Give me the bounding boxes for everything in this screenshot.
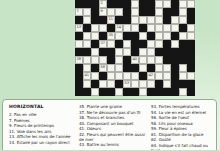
white-cell[interactable] — [147, 40, 155, 48]
black-cell — [171, 72, 179, 80]
black-cell — [107, 56, 115, 64]
black-cell — [91, 0, 99, 8]
black-cell — [171, 88, 179, 96]
clue-line: 54. La vie en est un éternel — [151, 110, 215, 115]
crossword-grid: 2791113143537384058414253 — [75, 0, 195, 96]
black-cell — [107, 0, 115, 8]
white-cell[interactable] — [155, 72, 163, 80]
black-cell — [147, 88, 155, 96]
white-cell[interactable] — [91, 48, 99, 56]
white-cell[interactable]: 41 — [83, 72, 91, 80]
white-cell[interactable] — [123, 48, 131, 56]
black-cell — [187, 56, 195, 64]
black-cell — [99, 72, 107, 80]
white-cell[interactable] — [83, 80, 91, 88]
white-cell[interactable]: 14 — [115, 24, 123, 32]
crossword-page: 2791113143537384058414253 HORIZONTAL2. P… — [0, 0, 220, 150]
clue-number: 9 — [101, 9, 103, 13]
black-cell — [171, 48, 179, 56]
white-cell[interactable] — [139, 32, 147, 40]
black-cell — [179, 24, 187, 32]
black-cell — [187, 8, 195, 16]
clue-line: 9. Fleurs de printemps — [9, 123, 75, 128]
black-cell — [131, 32, 139, 40]
white-cell[interactable] — [155, 24, 163, 32]
black-cell — [171, 56, 179, 64]
black-cell — [155, 48, 163, 56]
black-cell — [91, 8, 99, 16]
clue-number: 58 — [101, 65, 105, 69]
white-cell[interactable] — [131, 8, 139, 16]
clue-line: 64. Indique s'il fait chaud ou froid — [151, 143, 215, 151]
black-cell — [75, 16, 83, 24]
black-cell — [131, 64, 139, 72]
white-cell[interactable] — [163, 32, 171, 40]
white-cell[interactable] — [171, 40, 179, 48]
white-cell[interactable] — [171, 24, 179, 32]
white-cell[interactable] — [83, 56, 91, 64]
white-cell[interactable] — [187, 24, 195, 32]
black-cell — [115, 16, 123, 24]
clue-line: 11. Vole dans les airs — [9, 129, 75, 134]
white-cell[interactable] — [147, 24, 155, 32]
white-cell[interactable] — [147, 80, 155, 88]
white-cell[interactable] — [115, 64, 123, 72]
white-cell[interactable] — [123, 40, 131, 48]
black-cell — [139, 0, 147, 8]
clue-number: 35 — [109, 33, 113, 37]
clue-line: 7. Poèmes — [9, 118, 75, 123]
black-cell — [91, 80, 99, 88]
white-cell[interactable] — [179, 64, 187, 72]
clue-column-3: 53. Fortes températures54. La vie en est… — [151, 104, 215, 150]
black-cell — [187, 16, 195, 24]
clue-number: 38 — [77, 57, 81, 61]
black-cell — [147, 8, 155, 16]
black-cell — [91, 40, 99, 48]
white-cell[interactable] — [115, 48, 123, 56]
white-cell[interactable] — [147, 16, 155, 24]
white-cell[interactable] — [123, 72, 131, 80]
white-cell[interactable] — [155, 40, 163, 48]
clue-line: 56. Sortie de l'oeuf — [151, 115, 215, 120]
black-cell — [75, 72, 83, 80]
white-cell[interactable] — [139, 16, 147, 24]
clue-column-2: 35. Plante une graine37. Ne te découvre … — [79, 104, 147, 148]
white-cell[interactable] — [91, 24, 99, 32]
black-cell — [155, 88, 163, 96]
clue-number: 7 — [77, 9, 79, 13]
white-cell[interactable] — [115, 56, 123, 64]
black-cell — [75, 88, 83, 96]
white-cell[interactable] — [187, 32, 195, 40]
black-cell — [179, 40, 187, 48]
white-cell[interactable] — [83, 8, 91, 16]
black-cell — [75, 32, 83, 40]
black-cell — [107, 88, 115, 96]
white-cell[interactable] — [179, 72, 187, 80]
white-cell[interactable] — [99, 80, 107, 88]
black-cell — [75, 80, 83, 88]
white-cell[interactable] — [179, 8, 187, 16]
white-cell[interactable]: 2 — [99, 0, 107, 8]
black-cell — [107, 48, 115, 56]
black-cell — [187, 64, 195, 72]
white-cell[interactable] — [75, 40, 83, 48]
white-cell[interactable] — [115, 88, 123, 96]
black-cell — [139, 72, 147, 80]
white-cell[interactable]: 35 — [107, 32, 115, 40]
white-cell[interactable] — [179, 16, 187, 24]
white-cell[interactable] — [99, 56, 107, 64]
black-cell — [83, 24, 91, 32]
clues-header: HORIZONTAL — [9, 104, 75, 110]
white-cell[interactable] — [91, 88, 99, 96]
black-cell — [107, 24, 115, 32]
clue-number: 2 — [101, 1, 103, 5]
black-cell — [171, 80, 179, 88]
black-cell — [163, 40, 171, 48]
white-cell[interactable] — [99, 24, 107, 32]
white-cell[interactable] — [123, 24, 131, 32]
white-cell[interactable]: 53 — [123, 80, 131, 88]
white-cell[interactable]: 11 — [107, 16, 115, 24]
black-cell — [123, 32, 131, 40]
black-cell — [163, 48, 171, 56]
black-cell — [163, 56, 171, 64]
white-cell[interactable] — [139, 56, 147, 64]
white-cell[interactable] — [83, 32, 91, 40]
white-cell[interactable] — [91, 32, 99, 40]
white-cell[interactable] — [131, 24, 139, 32]
black-cell — [187, 40, 195, 48]
clue-number: 42 — [149, 73, 153, 77]
black-cell — [91, 64, 99, 72]
black-cell — [163, 88, 171, 96]
clue-number: 53 — [125, 81, 129, 85]
clue-line: 42. Fleurs qui peuvent être aussi de mer — [79, 132, 147, 142]
black-cell — [131, 40, 139, 48]
white-cell[interactable] — [155, 64, 163, 72]
clue-line: 35. Plante une graine — [79, 104, 147, 109]
clue-line: 40. Composant un bouquet — [79, 121, 147, 126]
clue-line: 58. Lits pour oiseaux — [151, 121, 215, 126]
black-cell — [171, 8, 179, 16]
black-cell — [83, 0, 91, 8]
clue-panel: HORIZONTAL2. Pas en ville7. Poèmes9. Fle… — [2, 99, 217, 150]
white-cell[interactable] — [179, 88, 187, 96]
black-cell — [123, 16, 131, 24]
black-cell — [75, 64, 83, 72]
white-cell[interactable] — [147, 48, 155, 56]
white-cell[interactable] — [171, 16, 179, 24]
white-cell[interactable] — [139, 88, 147, 96]
white-cell[interactable] — [115, 72, 123, 80]
black-cell — [179, 56, 187, 64]
white-cell[interactable] — [163, 64, 171, 72]
black-cell — [147, 64, 155, 72]
clue-number: 37 — [101, 41, 105, 45]
white-cell[interactable]: 37 — [99, 40, 107, 48]
black-cell — [75, 48, 83, 56]
white-cell[interactable] — [91, 72, 99, 80]
white-cell[interactable]: 42 — [147, 72, 155, 80]
white-cell[interactable] — [115, 8, 123, 16]
clue-line: 61. Disparition de la glace — [151, 132, 215, 137]
white-cell[interactable] — [139, 64, 147, 72]
black-cell — [147, 0, 155, 8]
white-cell[interactable]: 58 — [99, 64, 107, 72]
white-cell[interactable] — [131, 80, 139, 88]
black-cell — [187, 88, 195, 96]
black-cell — [163, 8, 171, 16]
clue-line: 38. Troncs et branches — [79, 115, 147, 120]
black-cell — [179, 80, 187, 88]
black-cell — [123, 88, 131, 96]
white-cell[interactable] — [83, 16, 91, 24]
white-cell[interactable] — [107, 64, 115, 72]
black-cell — [139, 8, 147, 16]
white-cell[interactable] — [107, 8, 115, 16]
clue-line: 37. Ne te découvre pas d'un fil — [79, 110, 147, 115]
clue-column-1: HORIZONTAL2. Pas en ville7. Poèmes9. Fle… — [9, 104, 75, 145]
white-cell[interactable]: 38 — [75, 56, 83, 64]
black-cell — [139, 24, 147, 32]
clue-line: 2. Pas en ville — [9, 112, 75, 117]
black-cell — [163, 16, 171, 24]
black-cell — [147, 32, 155, 40]
black-cell — [131, 48, 139, 56]
clue-number: 41 — [85, 73, 89, 77]
black-cell — [75, 0, 83, 8]
white-cell[interactable] — [163, 72, 171, 80]
white-cell[interactable] — [131, 16, 139, 24]
black-cell — [187, 80, 195, 88]
clue-number: 11 — [109, 17, 113, 21]
white-cell[interactable] — [155, 32, 163, 40]
black-cell — [179, 48, 187, 56]
white-cell[interactable]: 13 — [75, 24, 83, 32]
clue-number: 14 — [117, 25, 121, 29]
black-cell — [115, 40, 123, 48]
white-cell[interactable] — [83, 64, 91, 72]
white-cell[interactable] — [163, 24, 171, 32]
clue-line: 41. Odeurs — [79, 126, 147, 131]
black-cell — [139, 40, 147, 48]
white-cell[interactable] — [139, 80, 147, 88]
white-cell[interactable] — [155, 56, 163, 64]
white-cell[interactable] — [83, 40, 91, 48]
black-cell — [99, 16, 107, 24]
white-cell[interactable] — [107, 80, 115, 88]
white-cell[interactable] — [179, 0, 187, 8]
white-cell[interactable] — [131, 72, 139, 80]
clue-line: 62. Goûté — [151, 137, 215, 142]
black-cell — [131, 88, 139, 96]
black-cell — [115, 0, 123, 8]
white-cell[interactable] — [115, 32, 123, 40]
black-cell — [187, 48, 195, 56]
white-cell[interactable] — [187, 0, 195, 8]
black-cell — [171, 0, 179, 8]
white-cell[interactable] — [131, 0, 139, 8]
black-cell — [123, 8, 131, 16]
white-cell[interactable] — [163, 80, 171, 88]
black-cell — [171, 64, 179, 72]
black-cell — [123, 0, 131, 8]
clue-number: 40 — [133, 57, 137, 61]
clue-line: 43. Battre au tennis — [79, 142, 147, 147]
clue-line: 53. Fortes températures — [151, 104, 215, 109]
clue-line: 59. Fleur à épines — [151, 126, 215, 131]
black-cell — [171, 32, 179, 40]
black-cell — [91, 16, 99, 24]
clue-line: 14. Éclairé par un rayon direct — [9, 140, 75, 145]
clue-number: 13 — [77, 25, 81, 29]
white-cell[interactable] — [107, 40, 115, 48]
black-cell — [99, 88, 107, 96]
white-cell[interactable] — [155, 16, 163, 24]
white-cell[interactable]: 7 — [75, 8, 83, 16]
white-cell[interactable]: 9 — [99, 8, 107, 16]
white-cell[interactable] — [187, 72, 195, 80]
white-cell[interactable] — [139, 48, 147, 56]
clue-line: 13. Affiche les mois de l'année — [9, 134, 75, 139]
black-cell — [83, 88, 91, 96]
black-cell — [83, 48, 91, 56]
white-cell[interactable]: 40 — [131, 56, 139, 64]
black-cell — [115, 80, 123, 88]
black-cell — [155, 80, 163, 88]
black-cell — [99, 32, 107, 40]
white-cell[interactable] — [179, 32, 187, 40]
white-cell[interactable] — [107, 72, 115, 80]
black-cell — [123, 56, 131, 64]
white-cell[interactable] — [91, 56, 99, 64]
white-cell[interactable] — [155, 0, 163, 8]
white-cell[interactable] — [163, 0, 171, 8]
black-cell — [123, 64, 131, 72]
white-cell[interactable] — [147, 56, 155, 64]
white-cell[interactable] — [155, 8, 163, 16]
black-cell — [99, 48, 107, 56]
